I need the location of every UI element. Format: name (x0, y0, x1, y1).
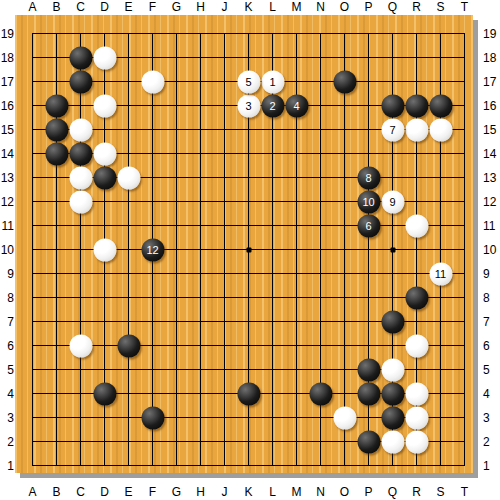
stone-black-P13: 8 (357, 166, 380, 189)
coord-label-row: 2 (483, 435, 497, 449)
grid-line (32, 297, 465, 298)
coord-label-row: 12 (483, 195, 497, 209)
coord-label-row: 5 (483, 363, 497, 377)
stone-black-C17 (69, 70, 92, 93)
stone-white-K16: 3 (237, 94, 260, 117)
coord-label-col: P (364, 485, 372, 499)
move-number: 8 (365, 166, 371, 189)
coord-label-row: 5 (0, 363, 14, 377)
coord-label-row: 3 (483, 411, 497, 425)
stone-white-E13 (117, 166, 140, 189)
stone-black-R16 (405, 94, 428, 117)
coord-label-row: 7 (0, 315, 14, 329)
coord-label-col: J (222, 485, 228, 499)
coord-label-col: T (461, 0, 468, 14)
stone-white-R2 (405, 430, 428, 453)
coord-label-row: 13 (0, 171, 14, 185)
stone-black-C14 (69, 142, 92, 165)
coord-label-row: 6 (0, 339, 14, 353)
coord-label-row: 11 (0, 219, 14, 233)
move-number: 11 (435, 262, 446, 285)
stone-black-D13 (93, 166, 116, 189)
stone-white-D14 (93, 142, 116, 165)
stone-black-K4 (237, 382, 260, 405)
coord-label-row: 19 (483, 27, 497, 41)
move-number: 3 (245, 94, 251, 117)
coord-label-row: 4 (483, 387, 497, 401)
move-number: 2 (269, 94, 275, 117)
coord-label-col: R (412, 485, 421, 499)
coord-label-row: 13 (483, 171, 497, 185)
stone-white-C12 (69, 190, 92, 213)
stone-black-P11: 6 (357, 214, 380, 237)
move-number: 5 (245, 70, 251, 93)
stone-white-Q5 (381, 358, 404, 381)
stone-white-C15 (69, 118, 92, 141)
stone-white-Q2 (381, 430, 404, 453)
stone-black-Q4 (381, 382, 404, 405)
coord-label-row: 11 (483, 219, 497, 233)
stone-white-S15 (429, 118, 452, 141)
move-number: 1 (269, 70, 275, 93)
coord-label-row: 6 (483, 339, 497, 353)
stone-black-Q3 (381, 406, 404, 429)
grid-line (464, 33, 465, 466)
coord-label-col: N (316, 0, 325, 14)
stone-black-E6 (117, 334, 140, 357)
coord-label-col: K (244, 0, 252, 14)
coord-label-col: D (100, 485, 109, 499)
coord-label-row: 17 (483, 75, 497, 89)
stone-white-O3 (333, 406, 356, 429)
coord-label-col: Q (388, 485, 397, 499)
coord-label-row: 4 (0, 387, 14, 401)
stone-black-Q7 (381, 310, 404, 333)
stone-black-B16 (45, 94, 68, 117)
stone-black-P12: 10 (357, 190, 380, 213)
stone-black-B14 (45, 142, 68, 165)
coord-label-col: L (269, 0, 276, 14)
coord-label-col: G (172, 485, 181, 499)
coord-label-row: 15 (483, 123, 497, 137)
coord-label-row: 10 (483, 243, 497, 257)
coord-label-col: E (124, 0, 132, 14)
coord-label-col: A (28, 0, 36, 14)
coord-label-row: 3 (0, 411, 14, 425)
coord-label-row: 8 (0, 291, 14, 305)
stone-white-R6 (405, 334, 428, 357)
coord-label-col: H (196, 0, 205, 14)
coord-label-row: 7 (483, 315, 497, 329)
coord-label-row: 1 (483, 459, 497, 473)
coord-label-row: 17 (0, 75, 14, 89)
coord-label-col: F (149, 485, 156, 499)
stone-black-P5 (357, 358, 380, 381)
coord-label-row: 2 (0, 435, 14, 449)
stone-white-C6 (69, 334, 92, 357)
coord-label-col: E (124, 485, 132, 499)
coord-label-col: Q (388, 0, 397, 14)
star-point (390, 247, 395, 252)
coord-label-col: O (340, 485, 349, 499)
stone-white-D10 (93, 238, 116, 261)
stone-white-D18 (93, 46, 116, 69)
coord-label-col: B (52, 0, 60, 14)
stone-black-D4 (93, 382, 116, 405)
coord-label-col: K (244, 485, 252, 499)
grid-line (32, 345, 465, 346)
stone-black-S16 (429, 94, 452, 117)
stone-white-R15 (405, 118, 428, 141)
coord-label-col: J (222, 0, 228, 14)
coord-label-row: 1 (0, 459, 14, 473)
stone-white-C13 (69, 166, 92, 189)
coord-label-col: H (196, 485, 205, 499)
move-number: 4 (293, 94, 299, 117)
stone-black-B15 (45, 118, 68, 141)
stone-white-K17: 5 (237, 70, 260, 93)
coord-label-row: 10 (0, 243, 14, 257)
coord-label-row: 14 (483, 147, 497, 161)
coord-label-col: B (52, 485, 60, 499)
coord-label-row: 8 (483, 291, 497, 305)
stone-black-F3 (141, 406, 164, 429)
coord-label-col: S (436, 485, 444, 499)
coord-label-col: P (364, 0, 372, 14)
coord-label-col: C (76, 485, 85, 499)
stone-white-Q12: 9 (381, 190, 404, 213)
coord-label-col: C (76, 0, 85, 14)
stone-white-R3 (405, 406, 428, 429)
stone-white-D16 (93, 94, 116, 117)
grid-line (344, 33, 345, 466)
stone-black-M16: 4 (285, 94, 308, 117)
coord-label-col: M (292, 485, 302, 499)
grid-line (32, 273, 465, 274)
coord-label-row: 19 (0, 27, 14, 41)
coord-label-col: N (316, 485, 325, 499)
stone-white-R11 (405, 214, 428, 237)
move-number: 10 (362, 190, 374, 213)
stone-white-R4 (405, 382, 428, 405)
coord-label-row: 9 (483, 267, 497, 281)
go-board-page: 123456789101112 ABCDEFGHJKLMNOPQRST ABCD… (0, 0, 500, 500)
coord-label-col: T (461, 485, 468, 499)
stone-black-R8 (405, 286, 428, 309)
stone-black-C18 (69, 46, 92, 69)
stone-black-P4 (357, 382, 380, 405)
move-number: 12 (146, 238, 158, 261)
move-number: 9 (389, 190, 395, 213)
star-point (246, 247, 251, 252)
coord-label-col: A (28, 485, 36, 499)
coord-label-row: 18 (0, 51, 14, 65)
coord-label-col: D (100, 0, 109, 14)
coord-label-col: S (436, 0, 444, 14)
coord-label-row: 16 (0, 99, 14, 113)
stone-black-Q16 (381, 94, 404, 117)
stone-black-O17 (333, 70, 356, 93)
coord-label-col: G (172, 0, 181, 14)
coord-label-row: 12 (0, 195, 14, 209)
coord-label-col: L (269, 485, 276, 499)
stone-black-N4 (309, 382, 332, 405)
coord-label-row: 9 (0, 267, 14, 281)
stone-black-P2 (357, 430, 380, 453)
coord-label-col: R (412, 0, 421, 14)
stone-black-F10: 12 (141, 238, 164, 261)
coord-label-row: 16 (483, 99, 497, 113)
stone-white-Q15: 7 (381, 118, 404, 141)
stone-white-L17: 1 (261, 70, 284, 93)
coord-label-row: 14 (0, 147, 14, 161)
stone-black-L16: 2 (261, 94, 284, 117)
stone-white-S9: 11 (429, 262, 452, 285)
move-number: 7 (389, 118, 395, 141)
coord-label-col: F (149, 0, 156, 14)
coord-label-row: 18 (483, 51, 497, 65)
coord-label-col: M (292, 0, 302, 14)
go-board[interactable]: 123456789101112 (15, 15, 473, 473)
move-number: 6 (365, 214, 371, 237)
stone-white-F17 (141, 70, 164, 93)
coord-label-col: O (340, 0, 349, 14)
grid-line (32, 465, 465, 466)
coord-label-row: 15 (0, 123, 14, 137)
